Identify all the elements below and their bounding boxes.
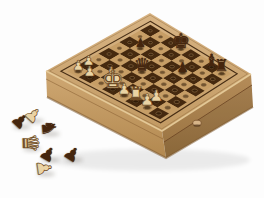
peg-hole xyxy=(97,58,102,61)
peg-hole xyxy=(117,47,121,50)
peg-hole xyxy=(190,66,195,69)
peg-hole xyxy=(183,95,188,98)
peg-hole xyxy=(129,65,134,68)
peg-hole xyxy=(118,59,123,62)
peg-hole xyxy=(148,41,152,43)
drawer-knob-shadow xyxy=(193,124,200,127)
peg-hole xyxy=(200,72,205,75)
offboard-chess-piece-light-pawn[interactable]: ♟ xyxy=(33,158,54,178)
peg-hole xyxy=(165,106,171,109)
peg-hole xyxy=(170,65,175,68)
chess-piece-light-pawn[interactable]: ♟ xyxy=(72,59,84,72)
travel-chess-set-photo: ♚♝♜♟♟♛♟♟♟♟♟♚♟♜♟ ♟♟♞♛♟♟♟ xyxy=(0,0,264,198)
peg-hole xyxy=(150,77,155,80)
chess-piece-dark-pawn[interactable]: ♟ xyxy=(135,38,146,50)
peg-hole xyxy=(128,41,132,43)
peg-hole xyxy=(172,89,177,92)
peg-hole xyxy=(192,89,197,92)
peg-hole xyxy=(148,30,152,32)
offboard-chess-piece-light-queen[interactable]: ♛ xyxy=(19,133,42,153)
chess-piece-dark-rook[interactable]: ♜ xyxy=(214,59,229,75)
chess-piece-light-pawn[interactable]: ♟ xyxy=(84,65,96,79)
chess-piece-dark-pawn[interactable]: ♟ xyxy=(176,61,188,75)
chess-piece-light-pawn[interactable]: ♟ xyxy=(140,94,154,110)
peg-hole xyxy=(130,76,135,79)
peg-hole xyxy=(107,53,111,56)
chess-piece-dark-queen[interactable]: ♛ xyxy=(134,56,151,74)
peg-hole xyxy=(191,77,196,80)
peg-hole xyxy=(159,59,164,62)
peg-hole xyxy=(174,100,180,103)
chess-piece-dark-king[interactable]: ♚ xyxy=(172,31,191,52)
peg-hole xyxy=(163,94,168,97)
peg-hole xyxy=(201,83,206,86)
peg-hole xyxy=(181,83,186,86)
peg-hole xyxy=(210,78,215,81)
peg-hole xyxy=(128,53,132,56)
peg-hole xyxy=(171,77,176,80)
peg-hole xyxy=(159,36,163,38)
peg-hole xyxy=(189,54,193,57)
peg-hole xyxy=(156,112,162,115)
peg-hole xyxy=(169,54,173,57)
peg-hole xyxy=(160,71,165,74)
peg-hole xyxy=(159,47,163,50)
